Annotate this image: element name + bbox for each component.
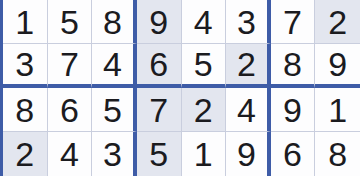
sudoku-cell-r3c5[interactable]: 2 [182, 88, 227, 132]
sudoku-cell-r1c3[interactable]: 8 [92, 0, 137, 44]
sudoku-cell-r3c1[interactable]: 8 [3, 88, 48, 132]
sudoku-cell-r1c6[interactable]: 3 [226, 0, 271, 44]
sudoku-cell-r4c7[interactable]: 6 [271, 132, 316, 176]
sudoku-cell-r3c2[interactable]: 6 [48, 88, 93, 132]
sudoku-cell-r1c2[interactable]: 5 [48, 0, 93, 44]
sudoku-cell-r2c5[interactable]: 5 [182, 44, 227, 88]
sudoku-cell-r4c8[interactable]: 8 [315, 132, 360, 176]
sudoku-board: 15894372374652898657249124351968 [0, 0, 360, 176]
sudoku-cell-r4c4[interactable]: 5 [137, 132, 182, 176]
sudoku-cell-r3c3[interactable]: 5 [92, 88, 137, 132]
sudoku-cell-r3c7[interactable]: 9 [271, 88, 316, 132]
sudoku-cell-r3c4[interactable]: 7 [137, 88, 182, 132]
sudoku-cell-r3c6[interactable]: 4 [226, 88, 271, 132]
sudoku-cell-r2c7[interactable]: 8 [271, 44, 316, 88]
sudoku-cell-r3c8[interactable]: 1 [315, 88, 360, 132]
sudoku-cell-r4c6[interactable]: 9 [226, 132, 271, 176]
sudoku-cell-r2c1[interactable]: 3 [3, 44, 48, 88]
sudoku-cell-r4c2[interactable]: 4 [48, 132, 93, 176]
sudoku-cell-r2c6[interactable]: 2 [226, 44, 271, 88]
sudoku-cell-r2c4[interactable]: 6 [137, 44, 182, 88]
sudoku-cell-r1c5[interactable]: 4 [182, 0, 227, 44]
sudoku-cell-r2c8[interactable]: 9 [315, 44, 360, 88]
sudoku-cell-r1c4[interactable]: 9 [137, 0, 182, 44]
sudoku-cell-r4c3[interactable]: 3 [92, 132, 137, 176]
sudoku-cell-r2c2[interactable]: 7 [48, 44, 93, 88]
sudoku-cell-r1c7[interactable]: 7 [271, 0, 316, 44]
sudoku-cell-r2c3[interactable]: 4 [92, 44, 137, 88]
sudoku-cell-r4c1[interactable]: 2 [3, 132, 48, 176]
sudoku-cell-r1c8[interactable]: 2 [315, 0, 360, 44]
sudoku-cell-r1c1[interactable]: 1 [3, 0, 48, 44]
sudoku-cell-r4c5[interactable]: 1 [182, 132, 227, 176]
